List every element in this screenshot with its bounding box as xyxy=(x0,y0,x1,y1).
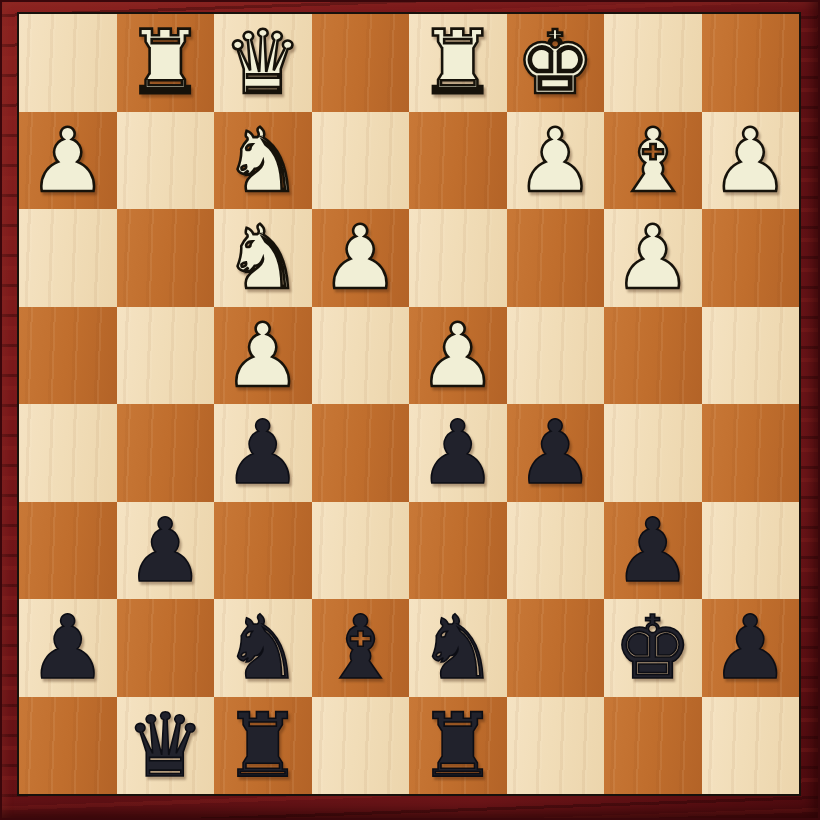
board-frame: ♜♛♜♚♟♞♟♝♟♞♟♟♟♟♟♟♟♟♟♟♞♝♞♚♟♛♜♜ xyxy=(0,0,820,820)
square-h1[interactable] xyxy=(19,14,117,112)
chess-board: ♜♛♜♚♟♞♟♝♟♞♟♟♟♟♟♟♟♟♟♟♞♝♞♚♟♛♜♜ xyxy=(17,12,801,796)
square-c5[interactable]: ♟ xyxy=(507,404,605,502)
square-a6[interactable] xyxy=(702,502,800,600)
square-e4[interactable] xyxy=(312,307,410,405)
square-a8[interactable] xyxy=(702,697,800,795)
square-e6[interactable] xyxy=(312,502,410,600)
square-e8[interactable] xyxy=(312,697,410,795)
white-pawn[interactable]: ♟ xyxy=(613,209,692,306)
white-queen[interactable]: ♛ xyxy=(223,14,302,111)
square-g5[interactable] xyxy=(117,404,215,502)
square-c7[interactable] xyxy=(507,599,605,697)
square-g3[interactable] xyxy=(117,209,215,307)
black-pawn[interactable]: ♟ xyxy=(711,599,790,696)
square-h3[interactable] xyxy=(19,209,117,307)
square-b6[interactable]: ♟ xyxy=(604,502,702,600)
square-g8[interactable]: ♛ xyxy=(117,697,215,795)
square-f4[interactable]: ♟ xyxy=(214,307,312,405)
square-c4[interactable] xyxy=(507,307,605,405)
square-g7[interactable] xyxy=(117,599,215,697)
black-bishop[interactable]: ♝ xyxy=(321,599,400,696)
square-d4[interactable]: ♟ xyxy=(409,307,507,405)
black-rook[interactable]: ♜ xyxy=(223,697,302,794)
square-d8[interactable]: ♜ xyxy=(409,697,507,795)
square-e7[interactable]: ♝ xyxy=(312,599,410,697)
square-f7[interactable]: ♞ xyxy=(214,599,312,697)
square-b3[interactable]: ♟ xyxy=(604,209,702,307)
square-b4[interactable] xyxy=(604,307,702,405)
black-pawn[interactable]: ♟ xyxy=(418,404,497,501)
square-d6[interactable] xyxy=(409,502,507,600)
square-f2[interactable]: ♞ xyxy=(214,112,312,210)
square-f8[interactable]: ♜ xyxy=(214,697,312,795)
square-e3[interactable]: ♟ xyxy=(312,209,410,307)
square-d7[interactable]: ♞ xyxy=(409,599,507,697)
square-b8[interactable] xyxy=(604,697,702,795)
white-bishop[interactable]: ♝ xyxy=(613,112,692,209)
black-pawn[interactable]: ♟ xyxy=(28,599,107,696)
square-a1[interactable] xyxy=(702,14,800,112)
square-d1[interactable]: ♜ xyxy=(409,14,507,112)
white-pawn[interactable]: ♟ xyxy=(711,112,790,209)
square-b2[interactable]: ♝ xyxy=(604,112,702,210)
black-king[interactable]: ♚ xyxy=(613,599,692,696)
square-b1[interactable] xyxy=(604,14,702,112)
black-pawn[interactable]: ♟ xyxy=(613,502,692,599)
square-e1[interactable] xyxy=(312,14,410,112)
white-pawn[interactable]: ♟ xyxy=(516,112,595,209)
black-pawn[interactable]: ♟ xyxy=(126,502,205,599)
black-queen[interactable]: ♛ xyxy=(126,697,205,794)
square-a4[interactable] xyxy=(702,307,800,405)
white-pawn[interactable]: ♟ xyxy=(223,307,302,404)
square-f1[interactable]: ♛ xyxy=(214,14,312,112)
black-pawn[interactable]: ♟ xyxy=(223,404,302,501)
white-knight[interactable]: ♞ xyxy=(223,209,302,306)
white-knight[interactable]: ♞ xyxy=(223,112,302,209)
square-g4[interactable] xyxy=(117,307,215,405)
square-g6[interactable]: ♟ xyxy=(117,502,215,600)
white-pawn[interactable]: ♟ xyxy=(418,307,497,404)
square-e2[interactable] xyxy=(312,112,410,210)
square-c1[interactable]: ♚ xyxy=(507,14,605,112)
white-rook[interactable]: ♜ xyxy=(418,14,497,111)
square-a3[interactable] xyxy=(702,209,800,307)
square-d2[interactable] xyxy=(409,112,507,210)
square-h8[interactable] xyxy=(19,697,117,795)
square-a7[interactable]: ♟ xyxy=(702,599,800,697)
square-c2[interactable]: ♟ xyxy=(507,112,605,210)
white-pawn[interactable]: ♟ xyxy=(28,112,107,209)
square-a2[interactable]: ♟ xyxy=(702,112,800,210)
black-pawn[interactable]: ♟ xyxy=(516,404,595,501)
square-h5[interactable] xyxy=(19,404,117,502)
square-h4[interactable] xyxy=(19,307,117,405)
black-rook[interactable]: ♜ xyxy=(418,697,497,794)
square-g1[interactable]: ♜ xyxy=(117,14,215,112)
square-b7[interactable]: ♚ xyxy=(604,599,702,697)
square-a5[interactable] xyxy=(702,404,800,502)
square-c3[interactable] xyxy=(507,209,605,307)
square-d5[interactable]: ♟ xyxy=(409,404,507,502)
white-king[interactable]: ♚ xyxy=(516,14,595,111)
square-h7[interactable]: ♟ xyxy=(19,599,117,697)
square-d3[interactable] xyxy=(409,209,507,307)
black-knight[interactable]: ♞ xyxy=(223,599,302,696)
square-c8[interactable] xyxy=(507,697,605,795)
square-h6[interactable] xyxy=(19,502,117,600)
white-pawn[interactable]: ♟ xyxy=(321,209,400,306)
square-f3[interactable]: ♞ xyxy=(214,209,312,307)
square-f5[interactable]: ♟ xyxy=(214,404,312,502)
white-rook[interactable]: ♜ xyxy=(126,14,205,111)
square-b5[interactable] xyxy=(604,404,702,502)
black-knight[interactable]: ♞ xyxy=(418,599,497,696)
square-g2[interactable] xyxy=(117,112,215,210)
square-h2[interactable]: ♟ xyxy=(19,112,117,210)
square-e5[interactable] xyxy=(312,404,410,502)
square-f6[interactable] xyxy=(214,502,312,600)
square-c6[interactable] xyxy=(507,502,605,600)
